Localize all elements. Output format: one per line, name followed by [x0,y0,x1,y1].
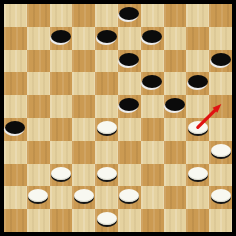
light-square-r6c4[interactable] [95,141,118,164]
light-square-r2c8[interactable] [186,50,209,73]
light-square-r0c2[interactable] [50,4,73,27]
light-square-r0c0[interactable] [4,4,27,27]
light-square-r9c9[interactable] [209,209,232,232]
dark-square-13[interactable] [118,50,141,73]
dark-square-22[interactable] [72,95,95,118]
black-man-sq9[interactable] [142,30,162,43]
dark-square-25[interactable] [209,95,232,118]
light-square-r1c7[interactable] [164,27,187,50]
light-square-r4c0[interactable] [4,95,27,118]
black-man-sq26[interactable] [5,121,25,134]
white-man-sq48[interactable] [97,212,117,225]
light-square-r1c5[interactable] [118,27,141,50]
black-man-sq20[interactable] [188,75,208,88]
light-square-r2c0[interactable] [4,50,27,73]
light-square-r8c4[interactable] [95,186,118,209]
light-square-r5c9[interactable] [209,118,232,141]
black-man-sq19[interactable] [142,75,162,88]
dark-square-30[interactable] [186,118,209,141]
light-square-r3c9[interactable] [209,72,232,95]
light-square-r8c2[interactable] [50,186,73,209]
dark-square-42[interactable] [72,186,95,209]
dark-square-18[interactable] [95,72,118,95]
dark-square-43[interactable] [118,186,141,209]
light-square-r8c8[interactable] [186,186,209,209]
light-square-r8c0[interactable] [4,186,27,209]
light-square-r1c1[interactable] [27,27,50,50]
light-square-r6c0[interactable] [4,141,27,164]
light-square-r5c1[interactable] [27,118,50,141]
dark-square-34[interactable] [164,141,187,164]
dark-square-41[interactable] [27,186,50,209]
white-man-sq30[interactable] [188,121,208,134]
dark-square-47[interactable] [50,209,73,232]
light-square-r8c6[interactable] [141,186,164,209]
dark-square-11[interactable] [27,50,50,73]
dark-square-35[interactable] [209,141,232,164]
dark-square-7[interactable] [50,27,73,50]
black-man-sq23[interactable] [119,98,139,111]
light-square-r7c5[interactable] [118,164,141,187]
white-man-sq37[interactable] [51,167,71,180]
dark-square-23[interactable] [118,95,141,118]
dark-square-4[interactable] [164,4,187,27]
dark-square-40[interactable] [186,164,209,187]
dark-square-37[interactable] [50,164,73,187]
dark-square-8[interactable] [95,27,118,50]
light-square-r0c4[interactable] [95,4,118,27]
light-square-r4c2[interactable] [50,95,73,118]
dark-square-24[interactable] [164,95,187,118]
light-square-r3c5[interactable] [118,72,141,95]
light-square-r5c5[interactable] [118,118,141,141]
dark-square-32[interactable] [72,141,95,164]
dark-square-26[interactable] [4,118,27,141]
light-square-r5c7[interactable] [164,118,187,141]
dark-square-48[interactable] [95,209,118,232]
light-square-r6c2[interactable] [50,141,73,164]
light-square-r2c4[interactable] [95,50,118,73]
draughts-board [4,4,232,232]
dark-square-28[interactable] [95,118,118,141]
white-man-sq42[interactable] [74,189,94,202]
dark-square-5[interactable] [209,4,232,27]
white-man-sq35[interactable] [211,144,231,157]
dark-square-45[interactable] [209,186,232,209]
black-man-sq15[interactable] [211,53,231,66]
black-man-sq13[interactable] [119,53,139,66]
light-square-r7c3[interactable] [72,164,95,187]
light-square-r6c6[interactable] [141,141,164,164]
light-square-r6c8[interactable] [186,141,209,164]
dark-square-44[interactable] [164,186,187,209]
dark-square-36[interactable] [4,164,27,187]
dark-square-21[interactable] [27,95,50,118]
dark-square-20[interactable] [186,72,209,95]
draughts-board-frame [0,0,236,236]
light-square-r1c3[interactable] [72,27,95,50]
light-square-r7c7[interactable] [164,164,187,187]
dark-square-1[interactable] [27,4,50,27]
white-man-sq41[interactable] [28,189,48,202]
dark-square-10[interactable] [186,27,209,50]
dark-square-33[interactable] [118,141,141,164]
white-man-sq38[interactable] [97,167,117,180]
dark-square-46[interactable] [4,209,27,232]
dark-square-3[interactable] [118,4,141,27]
dark-square-29[interactable] [141,118,164,141]
dark-square-38[interactable] [95,164,118,187]
white-man-sq45[interactable] [211,189,231,202]
light-square-r2c2[interactable] [50,50,73,73]
black-man-sq7[interactable] [51,30,71,43]
dark-square-2[interactable] [72,4,95,27]
white-man-sq43[interactable] [119,189,139,202]
light-square-r0c8[interactable] [186,4,209,27]
light-square-r4c6[interactable] [141,95,164,118]
white-man-sq40[interactable] [188,167,208,180]
light-square-r0c6[interactable] [141,4,164,27]
light-square-r1c9[interactable] [209,27,232,50]
black-man-sq3[interactable] [119,7,139,20]
light-square-r3c1[interactable] [27,72,50,95]
white-man-sq28[interactable] [97,121,117,134]
dark-square-12[interactable] [72,50,95,73]
light-square-r2c6[interactable] [141,50,164,73]
light-square-r9c5[interactable] [118,209,141,232]
black-man-sq8[interactable] [97,30,117,43]
dark-square-17[interactable] [50,72,73,95]
dark-square-15[interactable] [209,50,232,73]
light-square-r3c3[interactable] [72,72,95,95]
black-man-sq24[interactable] [165,98,185,111]
dark-square-16[interactable] [4,72,27,95]
light-square-r3c7[interactable] [164,72,187,95]
dark-square-19[interactable] [141,72,164,95]
dark-square-31[interactable] [27,141,50,164]
dark-square-49[interactable] [141,209,164,232]
light-square-r7c1[interactable] [27,164,50,187]
light-square-r9c7[interactable] [164,209,187,232]
dark-square-6[interactable] [4,27,27,50]
dark-square-50[interactable] [186,209,209,232]
light-square-r4c8[interactable] [186,95,209,118]
dark-square-14[interactable] [164,50,187,73]
light-square-r9c1[interactable] [27,209,50,232]
light-square-r5c3[interactable] [72,118,95,141]
light-square-r4c4[interactable] [95,95,118,118]
dark-square-27[interactable] [50,118,73,141]
dark-square-9[interactable] [141,27,164,50]
light-square-r9c3[interactable] [72,209,95,232]
light-square-r7c9[interactable] [209,164,232,187]
dark-square-39[interactable] [141,164,164,187]
